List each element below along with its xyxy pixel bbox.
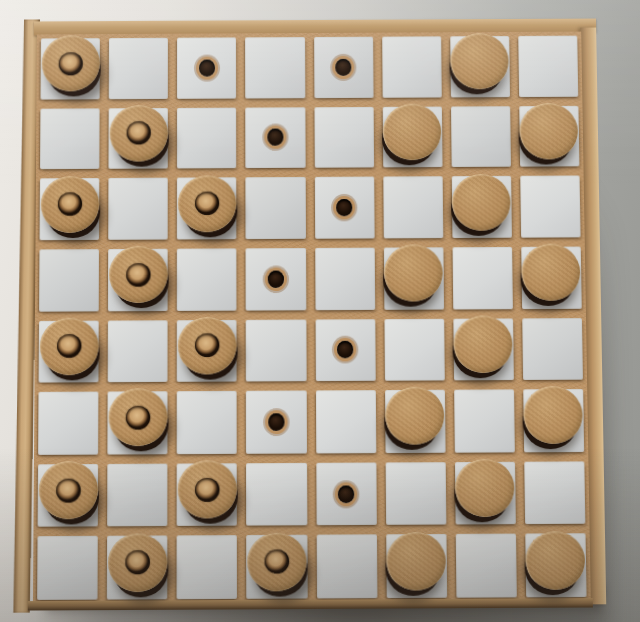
- square-r8c8[interactable]: [525, 534, 587, 598]
- peg-hole-icon: [336, 199, 352, 216]
- square-r8c1: [37, 536, 98, 600]
- square-r3c6: [383, 176, 443, 238]
- square-r2c3: [177, 107, 237, 168]
- peg-hole-icon: [335, 59, 351, 76]
- square-r4c7: [452, 247, 513, 309]
- square-r6c7: [454, 389, 515, 452]
- square-r8c2[interactable]: [107, 536, 168, 600]
- square-r7c3[interactable]: [177, 463, 237, 526]
- square-r7c2: [107, 463, 168, 526]
- square-r6c6[interactable]: [385, 390, 446, 453]
- peg-hole-icon: [267, 129, 283, 146]
- square-r4c1: [39, 249, 99, 311]
- square-r6c1: [38, 392, 99, 455]
- square-r2c2[interactable]: [109, 108, 169, 169]
- square-r3c4: [246, 177, 306, 239]
- square-r4c2[interactable]: [108, 249, 168, 311]
- square-r5c1[interactable]: [39, 320, 99, 383]
- square-r2c7: [451, 106, 511, 167]
- square-r5c7[interactable]: [453, 318, 514, 381]
- square-r8c7: [455, 534, 516, 598]
- piece-peg-icon: [125, 550, 150, 574]
- piece-peg-icon: [56, 478, 81, 502]
- piece-peg-icon: [126, 263, 150, 287]
- square-r3c2: [108, 178, 168, 240]
- peg-hole-icon: [338, 485, 354, 503]
- square-r4c3: [177, 248, 237, 310]
- piece-peg-icon: [58, 52, 82, 75]
- plain-piece[interactable]: [526, 531, 586, 590]
- square-r7c5[interactable]: [316, 462, 377, 525]
- peg-hole-icon: [268, 270, 284, 287]
- square-r8c6[interactable]: [386, 534, 447, 598]
- square-r1c5[interactable]: [314, 37, 374, 98]
- holed-piece[interactable]: [109, 246, 168, 303]
- holed-piece[interactable]: [178, 317, 237, 375]
- piece-peg-icon: [57, 334, 81, 358]
- photo-scene: [0, 0, 640, 622]
- holed-piece[interactable]: [109, 105, 167, 162]
- square-r5c2: [108, 320, 168, 383]
- square-r5c3[interactable]: [177, 319, 237, 382]
- board-grid: [33, 32, 591, 605]
- square-r6c8[interactable]: [523, 389, 584, 452]
- square-r2c1: [40, 108, 100, 169]
- plain-piece[interactable]: [524, 386, 584, 444]
- square-r2c4[interactable]: [246, 107, 306, 168]
- plain-piece[interactable]: [450, 33, 509, 89]
- plain-piece[interactable]: [384, 244, 443, 301]
- square-r1c1[interactable]: [40, 38, 100, 99]
- piece-peg-icon: [57, 192, 81, 215]
- square-r2c5: [314, 107, 374, 168]
- square-r8c5: [316, 535, 377, 599]
- plain-piece[interactable]: [520, 103, 579, 160]
- peg-hole-icon: [268, 413, 284, 431]
- peg-hole-icon: [337, 341, 353, 359]
- plain-piece[interactable]: [455, 459, 515, 518]
- square-r8c4[interactable]: [246, 535, 307, 599]
- square-r4c8[interactable]: [521, 246, 582, 308]
- square-r5c5[interactable]: [315, 319, 375, 382]
- square-r6c2[interactable]: [107, 391, 167, 454]
- holed-piece[interactable]: [38, 461, 98, 520]
- piece-peg-icon: [195, 334, 219, 358]
- piece-peg-icon: [126, 122, 150, 145]
- square-r3c8: [520, 176, 581, 238]
- peg-hole-icon: [199, 59, 215, 76]
- square-r3c5[interactable]: [314, 177, 374, 239]
- square-r4c6[interactable]: [383, 247, 443, 309]
- square-r4c4[interactable]: [246, 248, 306, 310]
- plain-piece[interactable]: [454, 315, 514, 373]
- checkers-board: [32, 19, 606, 604]
- piece-peg-icon: [195, 477, 220, 501]
- square-r7c7[interactable]: [455, 461, 516, 524]
- plain-piece[interactable]: [522, 244, 582, 301]
- square-r1c2: [109, 38, 168, 99]
- holed-piece[interactable]: [108, 389, 167, 447]
- square-r3c1[interactable]: [40, 178, 100, 240]
- square-r6c4[interactable]: [246, 391, 306, 454]
- square-r1c8: [518, 36, 578, 97]
- holed-piece[interactable]: [247, 532, 307, 591]
- holed-piece[interactable]: [39, 317, 98, 375]
- square-r6c5: [315, 390, 376, 453]
- square-r7c8: [524, 461, 585, 524]
- square-r7c4: [246, 463, 307, 526]
- piece-peg-icon: [264, 550, 289, 574]
- holed-piece[interactable]: [41, 35, 99, 91]
- square-r4c5: [315, 248, 375, 310]
- piece-peg-icon: [195, 192, 219, 215]
- plain-piece[interactable]: [452, 173, 511, 230]
- square-r5c8: [522, 318, 583, 381]
- square-r2c8[interactable]: [519, 105, 579, 166]
- square-r7c6: [385, 462, 446, 525]
- holed-piece[interactable]: [178, 175, 237, 232]
- square-r3c3[interactable]: [177, 178, 237, 240]
- square-r1c4: [245, 37, 304, 98]
- plain-piece[interactable]: [385, 387, 445, 445]
- square-r5c6: [384, 318, 445, 381]
- piece-peg-icon: [125, 406, 149, 430]
- plain-piece[interactable]: [383, 103, 442, 160]
- holed-piece[interactable]: [108, 533, 168, 592]
- square-r1c7[interactable]: [450, 36, 510, 97]
- square-r3c7[interactable]: [451, 176, 511, 238]
- square-r8c3: [177, 535, 238, 599]
- square-r1c3[interactable]: [177, 37, 236, 98]
- plain-piece[interactable]: [386, 532, 446, 591]
- square-r7c1[interactable]: [38, 464, 99, 527]
- holed-piece[interactable]: [177, 460, 236, 519]
- holed-piece[interactable]: [40, 176, 99, 233]
- square-r5c4: [246, 319, 306, 382]
- square-r6c3: [177, 391, 237, 454]
- square-r2c6[interactable]: [382, 106, 442, 167]
- square-r1c6: [382, 36, 442, 97]
